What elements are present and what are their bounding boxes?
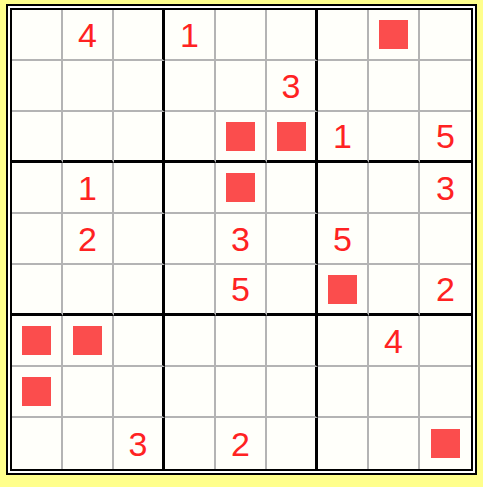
cell-r5c6[interactable] <box>267 214 318 265</box>
cell-r7c6[interactable] <box>267 316 318 367</box>
cell-r8c3[interactable] <box>114 367 165 418</box>
cell-r7c5[interactable] <box>216 316 267 367</box>
cell-r8c6[interactable] <box>267 367 318 418</box>
cell-r6c8[interactable] <box>369 265 420 316</box>
cell-r7c2[interactable] <box>63 316 114 367</box>
red-square-marker <box>22 326 51 355</box>
cell-r5c4[interactable] <box>165 214 216 265</box>
given-digit: 3 <box>436 171 455 205</box>
cell-r3c8[interactable] <box>369 112 420 163</box>
given-digit: 1 <box>333 119 352 153</box>
given-digit: 5 <box>231 272 250 306</box>
cell-r5c7[interactable]: 5 <box>318 214 369 265</box>
given-digit: 1 <box>78 171 97 205</box>
cell-r8c9[interactable] <box>420 367 471 418</box>
cell-r2c4[interactable] <box>165 61 216 112</box>
cell-r1c1[interactable] <box>12 10 63 61</box>
cell-r1c3[interactable] <box>114 10 165 61</box>
cell-r4c8[interactable] <box>369 163 420 214</box>
sudoku-board: 413151323552432 <box>10 8 473 471</box>
cell-r1c8[interactable] <box>369 10 420 61</box>
cell-r6c2[interactable] <box>63 265 114 316</box>
cell-r3c5[interactable] <box>216 112 267 163</box>
cell-r8c5[interactable] <box>216 367 267 418</box>
cell-r7c8[interactable]: 4 <box>369 316 420 367</box>
cell-r2c5[interactable] <box>216 61 267 112</box>
cell-r5c1[interactable] <box>12 214 63 265</box>
given-digit: 4 <box>78 18 97 52</box>
cell-r5c8[interactable] <box>369 214 420 265</box>
given-digit: 2 <box>231 427 250 461</box>
cell-r4c4[interactable] <box>165 163 216 214</box>
cell-r8c7[interactable] <box>318 367 369 418</box>
cell-r6c4[interactable] <box>165 265 216 316</box>
cell-r6c9[interactable]: 2 <box>420 265 471 316</box>
cell-r3c4[interactable] <box>165 112 216 163</box>
cell-r7c3[interactable] <box>114 316 165 367</box>
cell-r1c4[interactable]: 1 <box>165 10 216 61</box>
red-square-marker <box>22 377 51 406</box>
given-digit: 5 <box>333 222 352 256</box>
given-digit: 2 <box>436 272 455 306</box>
red-square-marker <box>328 275 357 304</box>
cell-r2c3[interactable] <box>114 61 165 112</box>
page-background: 413151323552432 <box>0 0 483 487</box>
cell-r2c8[interactable] <box>369 61 420 112</box>
cell-r1c2[interactable]: 4 <box>63 10 114 61</box>
board-outer-border: 413151323552432 <box>6 4 477 475</box>
given-digit: 3 <box>129 427 148 461</box>
cell-r2c7[interactable] <box>318 61 369 112</box>
cell-r9c6[interactable] <box>267 418 318 469</box>
cell-r6c1[interactable] <box>12 265 63 316</box>
cell-r7c4[interactable] <box>165 316 216 367</box>
cell-r5c5[interactable]: 3 <box>216 214 267 265</box>
cell-r1c7[interactable] <box>318 10 369 61</box>
cell-r9c7[interactable] <box>318 418 369 469</box>
cell-r9c2[interactable] <box>63 418 114 469</box>
cell-r8c8[interactable] <box>369 367 420 418</box>
cell-r9c3[interactable]: 3 <box>114 418 165 469</box>
cell-r4c6[interactable] <box>267 163 318 214</box>
cell-r2c1[interactable] <box>12 61 63 112</box>
cell-r8c4[interactable] <box>165 367 216 418</box>
cell-r1c5[interactable] <box>216 10 267 61</box>
red-square-marker <box>277 122 306 151</box>
cell-r6c6[interactable] <box>267 265 318 316</box>
red-square-marker <box>73 326 102 355</box>
cell-r9c9[interactable] <box>420 418 471 469</box>
cell-r2c2[interactable] <box>63 61 114 112</box>
cell-r9c4[interactable] <box>165 418 216 469</box>
cell-r3c2[interactable] <box>63 112 114 163</box>
cell-r8c2[interactable] <box>63 367 114 418</box>
cell-r6c7[interactable] <box>318 265 369 316</box>
cell-r5c3[interactable] <box>114 214 165 265</box>
cell-r8c1[interactable] <box>12 367 63 418</box>
cell-r3c3[interactable] <box>114 112 165 163</box>
red-square-marker <box>379 20 408 49</box>
red-square-marker <box>431 429 460 458</box>
cell-r4c2[interactable]: 1 <box>63 163 114 214</box>
cell-r7c9[interactable] <box>420 316 471 367</box>
cell-r7c7[interactable] <box>318 316 369 367</box>
cell-r1c9[interactable] <box>420 10 471 61</box>
cell-r5c9[interactable] <box>420 214 471 265</box>
cell-r4c7[interactable] <box>318 163 369 214</box>
red-square-marker <box>226 173 255 202</box>
given-digit: 3 <box>231 222 250 256</box>
cell-r6c3[interactable] <box>114 265 165 316</box>
cell-r3c1[interactable] <box>12 112 63 163</box>
cell-r4c3[interactable] <box>114 163 165 214</box>
cell-r4c5[interactable] <box>216 163 267 214</box>
cell-r9c8[interactable] <box>369 418 420 469</box>
cell-r2c6[interactable]: 3 <box>267 61 318 112</box>
cell-r3c7[interactable]: 1 <box>318 112 369 163</box>
cell-r9c5[interactable]: 2 <box>216 418 267 469</box>
cell-r2c9[interactable] <box>420 61 471 112</box>
cell-r4c9[interactable]: 3 <box>420 163 471 214</box>
given-digit: 3 <box>282 69 301 103</box>
given-digit: 5 <box>436 119 455 153</box>
cell-r3c6[interactable] <box>267 112 318 163</box>
cell-r7c1[interactable] <box>12 316 63 367</box>
cell-r6c5[interactable]: 5 <box>216 265 267 316</box>
given-digit: 1 <box>180 18 199 52</box>
cell-r3c9[interactable]: 5 <box>420 112 471 163</box>
cell-r9c1[interactable] <box>12 418 63 469</box>
given-digit: 4 <box>384 324 403 358</box>
cell-r1c6[interactable] <box>267 10 318 61</box>
cell-r4c1[interactable] <box>12 163 63 214</box>
red-square-marker <box>226 122 255 151</box>
given-digit: 2 <box>78 222 97 256</box>
cell-r5c2[interactable]: 2 <box>63 214 114 265</box>
